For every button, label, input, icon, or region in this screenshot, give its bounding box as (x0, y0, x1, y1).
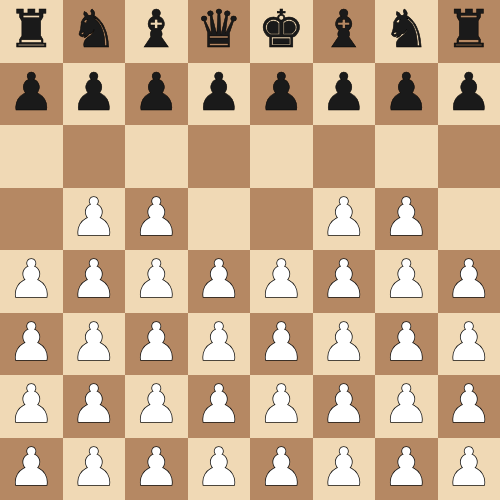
piece-black-queen[interactable]: ♛ (195, 3, 242, 55)
square-d2[interactable]: ♟ (188, 375, 251, 438)
square-h1[interactable]: ♟ (438, 438, 500, 500)
piece-black-pawn[interactable]: ♟ (70, 66, 117, 118)
square-g4[interactable]: ♟ (375, 250, 438, 313)
square-c1[interactable]: ♟ (125, 438, 188, 500)
piece-white-pawn[interactable]: ♟ (383, 253, 430, 305)
piece-white-pawn[interactable]: ♟ (8, 378, 55, 430)
piece-black-knight[interactable]: ♞ (70, 3, 117, 55)
piece-white-pawn[interactable]: ♟ (8, 253, 55, 305)
square-b1[interactable]: ♟ (63, 438, 126, 500)
square-h2[interactable]: ♟ (438, 375, 500, 438)
square-e5[interactable] (250, 188, 313, 251)
square-a5[interactable] (0, 188, 63, 251)
square-f6[interactable] (313, 125, 376, 188)
chess-board: ♜♞♝♛♚♝♞♜♟♟♟♟♟♟♟♟♟♟♟♟♟♟♟♟♟♟♟♟♟♟♟♟♟♟♟♟♟♟♟♟… (0, 0, 500, 500)
square-f1[interactable]: ♟ (313, 438, 376, 500)
piece-white-pawn[interactable]: ♟ (70, 191, 117, 243)
piece-black-pawn[interactable]: ♟ (195, 66, 242, 118)
square-a8[interactable]: ♜ (0, 0, 63, 63)
square-c2[interactable]: ♟ (125, 375, 188, 438)
square-b6[interactable] (63, 125, 126, 188)
square-g7[interactable]: ♟ (375, 63, 438, 126)
piece-black-pawn[interactable]: ♟ (8, 66, 55, 118)
square-g1[interactable]: ♟ (375, 438, 438, 500)
piece-white-pawn[interactable]: ♟ (258, 253, 305, 305)
square-a7[interactable]: ♟ (0, 63, 63, 126)
piece-black-knight[interactable]: ♞ (383, 3, 430, 55)
piece-white-pawn[interactable]: ♟ (133, 316, 180, 368)
piece-white-pawn[interactable]: ♟ (133, 253, 180, 305)
piece-white-pawn[interactable]: ♟ (195, 378, 242, 430)
piece-white-pawn[interactable]: ♟ (320, 191, 367, 243)
square-f8[interactable]: ♝ (313, 0, 376, 63)
piece-white-pawn[interactable]: ♟ (320, 441, 367, 493)
piece-black-king[interactable]: ♚ (258, 3, 305, 55)
square-d8[interactable]: ♛ (188, 0, 251, 63)
piece-black-pawn[interactable]: ♟ (445, 66, 492, 118)
piece-white-pawn[interactable]: ♟ (195, 316, 242, 368)
square-a6[interactable] (0, 125, 63, 188)
piece-white-pawn[interactable]: ♟ (258, 378, 305, 430)
square-b3[interactable]: ♟ (63, 313, 126, 376)
square-f5[interactable]: ♟ (313, 188, 376, 251)
square-c6[interactable] (125, 125, 188, 188)
piece-white-pawn[interactable]: ♟ (8, 316, 55, 368)
square-g2[interactable]: ♟ (375, 375, 438, 438)
piece-white-pawn[interactable]: ♟ (320, 253, 367, 305)
piece-white-pawn[interactable]: ♟ (445, 378, 492, 430)
square-b8[interactable]: ♞ (63, 0, 126, 63)
square-b2[interactable]: ♟ (63, 375, 126, 438)
piece-black-bishop[interactable]: ♝ (133, 3, 180, 55)
square-d7[interactable]: ♟ (188, 63, 251, 126)
square-g6[interactable] (375, 125, 438, 188)
piece-white-pawn[interactable]: ♟ (258, 316, 305, 368)
square-e4[interactable]: ♟ (250, 250, 313, 313)
piece-white-pawn[interactable]: ♟ (8, 441, 55, 493)
square-h5[interactable] (438, 188, 500, 251)
square-c4[interactable]: ♟ (125, 250, 188, 313)
piece-white-pawn[interactable]: ♟ (70, 378, 117, 430)
piece-white-pawn[interactable]: ♟ (320, 316, 367, 368)
square-h3[interactable]: ♟ (438, 313, 500, 376)
square-f4[interactable]: ♟ (313, 250, 376, 313)
piece-white-pawn[interactable]: ♟ (70, 441, 117, 493)
piece-white-pawn[interactable]: ♟ (383, 191, 430, 243)
piece-white-pawn[interactable]: ♟ (383, 316, 430, 368)
piece-black-pawn[interactable]: ♟ (258, 66, 305, 118)
square-d3[interactable]: ♟ (188, 313, 251, 376)
piece-black-pawn[interactable]: ♟ (383, 66, 430, 118)
piece-black-pawn[interactable]: ♟ (320, 66, 367, 118)
piece-white-pawn[interactable]: ♟ (195, 253, 242, 305)
piece-white-pawn[interactable]: ♟ (445, 441, 492, 493)
square-a4[interactable]: ♟ (0, 250, 63, 313)
piece-white-pawn[interactable]: ♟ (133, 378, 180, 430)
square-h4[interactable]: ♟ (438, 250, 500, 313)
piece-white-pawn[interactable]: ♟ (383, 378, 430, 430)
square-c8[interactable]: ♝ (125, 0, 188, 63)
piece-white-pawn[interactable]: ♟ (445, 253, 492, 305)
square-g5[interactable]: ♟ (375, 188, 438, 251)
square-f2[interactable]: ♟ (313, 375, 376, 438)
square-h6[interactable] (438, 125, 500, 188)
piece-white-pawn[interactable]: ♟ (383, 441, 430, 493)
square-f7[interactable]: ♟ (313, 63, 376, 126)
square-c5[interactable]: ♟ (125, 188, 188, 251)
square-c3[interactable]: ♟ (125, 313, 188, 376)
piece-white-pawn[interactable]: ♟ (133, 441, 180, 493)
square-b7[interactable]: ♟ (63, 63, 126, 126)
piece-white-pawn[interactable]: ♟ (445, 316, 492, 368)
piece-white-pawn[interactable]: ♟ (320, 378, 367, 430)
square-h7[interactable]: ♟ (438, 63, 500, 126)
square-e7[interactable]: ♟ (250, 63, 313, 126)
square-c7[interactable]: ♟ (125, 63, 188, 126)
square-a1[interactable]: ♟ (0, 438, 63, 500)
square-e1[interactable]: ♟ (250, 438, 313, 500)
piece-white-pawn[interactable]: ♟ (133, 191, 180, 243)
piece-black-rook[interactable]: ♜ (445, 3, 492, 55)
square-h8[interactable]: ♜ (438, 0, 500, 63)
square-a2[interactable]: ♟ (0, 375, 63, 438)
piece-white-pawn[interactable]: ♟ (195, 441, 242, 493)
square-d5[interactable] (188, 188, 251, 251)
square-e8[interactable]: ♚ (250, 0, 313, 63)
piece-black-rook[interactable]: ♜ (8, 3, 55, 55)
square-g8[interactable]: ♞ (375, 0, 438, 63)
square-f3[interactable]: ♟ (313, 313, 376, 376)
square-d4[interactable]: ♟ (188, 250, 251, 313)
square-d6[interactable] (188, 125, 251, 188)
piece-white-pawn[interactable]: ♟ (70, 316, 117, 368)
square-e6[interactable] (250, 125, 313, 188)
square-e2[interactable]: ♟ (250, 375, 313, 438)
square-b4[interactable]: ♟ (63, 250, 126, 313)
square-b5[interactable]: ♟ (63, 188, 126, 251)
square-a3[interactable]: ♟ (0, 313, 63, 376)
square-d1[interactable]: ♟ (188, 438, 251, 500)
square-e3[interactable]: ♟ (250, 313, 313, 376)
piece-white-pawn[interactable]: ♟ (258, 441, 305, 493)
piece-black-bishop[interactable]: ♝ (320, 3, 367, 55)
piece-white-pawn[interactable]: ♟ (70, 253, 117, 305)
piece-black-pawn[interactable]: ♟ (133, 66, 180, 118)
square-g3[interactable]: ♟ (375, 313, 438, 376)
